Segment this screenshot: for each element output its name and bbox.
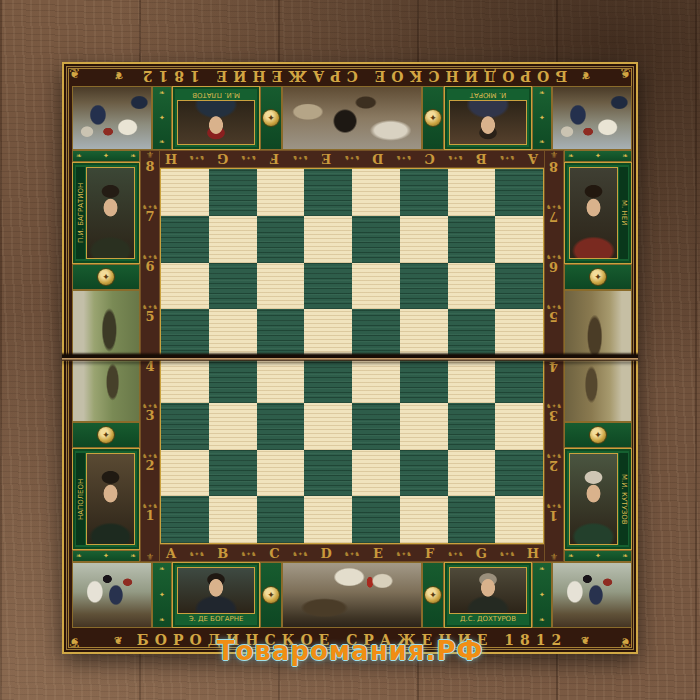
square-g6 (448, 263, 496, 310)
square-h6 (495, 263, 543, 310)
square-f6 (400, 263, 448, 310)
square-g8 (448, 169, 496, 216)
file-glyph: D (372, 152, 383, 167)
file-label-b: B (463, 153, 499, 166)
strip-corner-ornament-icon: ⚜ (548, 552, 561, 562)
portrait-painting (86, 167, 135, 259)
square-g2 (448, 450, 496, 497)
medal-icon: ✦ (590, 269, 606, 285)
rank-label-6: 6 (544, 260, 564, 303)
square-f8 (400, 169, 448, 216)
portrait-label: Э. ДЕ БОГАРНЕ (177, 615, 255, 624)
file-label-b: B (205, 547, 241, 560)
rank-glyph: 8 (145, 159, 154, 174)
portrait-label: НАПОЛЕОН (76, 453, 85, 545)
rank-label-8: 8 (140, 160, 160, 203)
rank-label-1: 1 (140, 509, 160, 552)
flourish-icon: ❦ (581, 635, 589, 646)
rank-label-3: 3 (544, 409, 564, 452)
square-d5 (304, 309, 352, 356)
square-c3 (257, 403, 305, 450)
strip-corner-ornament-icon: ⚜ (144, 552, 157, 562)
square-d7 (304, 216, 352, 263)
square-e6 (352, 263, 400, 310)
square-a8 (161, 169, 209, 216)
square-b5 (209, 309, 257, 356)
square-d2 (304, 450, 352, 497)
decorative-band-top: ❧✦❧ М.И. ПЛАТОВ ✦ ✦ И. МЮРАТ ❧✦❧ (72, 86, 632, 150)
square-f1 (400, 496, 448, 543)
coordinate-separator-ornament-icon: ♞✦♞ (344, 550, 360, 557)
file-glyph: B (476, 152, 487, 167)
square-e4 (352, 356, 400, 403)
file-label-g: G (205, 153, 241, 166)
watermark-text: Товаромания.РФ (217, 636, 483, 666)
file-label-g: G (463, 547, 499, 560)
portrait-bagration: П.И. БАГРАТИОН (72, 162, 140, 264)
coordinate-separator-ornament-icon: ♞✦♞ (241, 550, 257, 557)
ornament-panel-icon: ❧✦❧ (72, 550, 140, 562)
medal-panel: ✦ (260, 562, 282, 628)
rank-glyph: 7 (549, 210, 558, 223)
rank-glyph: 2 (145, 458, 154, 473)
rank-glyph: 1 (549, 509, 558, 522)
rank-label-5: 5 (544, 310, 564, 353)
square-h8 (495, 169, 543, 216)
rank-glyph: 1 (145, 508, 154, 523)
file-glyph: F (270, 152, 279, 167)
file-glyph: H (165, 152, 177, 167)
battle-scene-corner-top-right (552, 86, 632, 150)
portrait-kutuzov: М.И. КУТУЗОВ (564, 448, 632, 550)
portrait-ney: М. НЕЙ (564, 162, 632, 264)
portrait-painting (177, 567, 255, 614)
file-glyph: C (424, 152, 434, 167)
square-a6 (161, 263, 209, 310)
portrait-painting (569, 453, 618, 545)
square-e3 (352, 403, 400, 450)
portrait-painting (86, 453, 135, 545)
square-b7 (209, 216, 257, 263)
medal-panel: ✦ (260, 86, 282, 150)
medal-icon: ✦ (98, 427, 114, 443)
ornament-panel-icon: ❧✦❧ (72, 150, 140, 162)
portrait-painting (449, 100, 527, 145)
square-h2 (495, 450, 543, 497)
ornament-panel-icon: ❧✦❧ (564, 150, 632, 162)
medal-panel: ✦ (72, 422, 140, 448)
portrait-label: Д.С. ДОХТУРОВ (449, 615, 527, 624)
ornament-panel-icon: ❧✦❧ (152, 86, 172, 150)
medal-icon: ✦ (98, 269, 114, 285)
rank-glyph: 5 (145, 309, 154, 324)
rank-label-6: 6 (140, 260, 160, 303)
medal-panel: ✦ (564, 422, 632, 448)
coordinate-separator-ornament-icon: ♞✦♞ (499, 156, 515, 163)
square-h7 (495, 216, 543, 263)
file-glyph: C (269, 546, 279, 561)
coordinate-separator-ornament-icon: ♞✦♞ (241, 156, 257, 163)
square-b4 (209, 356, 257, 403)
battle-scene-corner-bottom-left (72, 562, 152, 628)
square-a4 (161, 356, 209, 403)
medal-panel: ✦ (422, 562, 444, 628)
square-g7 (448, 216, 496, 263)
square-a5 (161, 309, 209, 356)
coordinate-separator-ornament-icon: ♞✦♞ (448, 156, 464, 163)
rank-label-4: 4 (140, 360, 160, 403)
square-b1 (209, 496, 257, 543)
rank-label-4: 4 (544, 360, 564, 403)
file-label-c: C (412, 153, 448, 166)
square-f7 (400, 216, 448, 263)
coordinate-separator-ornament-icon: ♞✦♞ (499, 550, 515, 557)
rank-label-7: 7 (140, 210, 160, 253)
medal-icon: ✦ (263, 587, 279, 603)
battle-scene-top-center (282, 86, 422, 150)
flourish-icon: ❦ (114, 635, 122, 646)
file-labels-bottom: ⚜A♞✦♞B♞✦♞C♞✦♞D♞✦♞E♞✦♞F♞✦♞G♞✦♞H⚜ (140, 544, 564, 562)
portrait-label: М.И. КУТУЗОВ (619, 453, 628, 545)
file-label-e: E (360, 547, 396, 560)
coordinate-separator-ornament-icon: ♞✦♞ (292, 156, 308, 163)
file-glyph: F (425, 546, 434, 561)
rank-glyph: 7 (145, 209, 154, 224)
file-label-d: D (308, 547, 344, 560)
chess-board: ❦ ❦ ❦ ❦ ❦ БОРОДИНСКОЕ СРАЖЕНИЕ 1812 ❦ ❦ … (62, 62, 638, 654)
battle-scene-bottom-center (282, 562, 422, 628)
square-e8 (352, 169, 400, 216)
square-c8 (257, 169, 305, 216)
square-a1 (161, 496, 209, 543)
portrait-painting (177, 100, 255, 145)
square-c4 (257, 356, 305, 403)
square-d6 (304, 263, 352, 310)
battle-scene-corner-top-left (72, 86, 152, 150)
square-d8 (304, 169, 352, 216)
coordinate-separator-ornament-icon: ♞✦♞ (344, 156, 360, 163)
square-g1 (448, 496, 496, 543)
medal-panel: ✦ (72, 264, 140, 290)
rank-label-5: 5 (140, 310, 160, 353)
square-f5 (400, 309, 448, 356)
portrait-label: П.И. БАГРАТИОН (76, 167, 85, 259)
square-d3 (304, 403, 352, 450)
square-d4 (304, 356, 352, 403)
square-b8 (209, 169, 257, 216)
coordinate-separator-ornament-icon: ♞✦♞ (396, 156, 412, 163)
flourish-icon: ❦ (581, 71, 589, 82)
medal-icon: ✦ (425, 110, 441, 126)
square-g5 (448, 309, 496, 356)
file-glyph: E (321, 152, 331, 167)
portrait-napoleon: НАПОЛЕОН (72, 448, 140, 550)
square-a2 (161, 450, 209, 497)
flourish-icon: ❦ (114, 71, 122, 82)
decorative-band-bottom: ❧✦❧ Э. ДЕ БОГАРНЕ ✦ ✦ Д.С. ДОХТУРОВ ❧✦❧ (72, 562, 632, 628)
medal-panel: ✦ (422, 86, 444, 150)
rank-glyph: 6 (549, 260, 558, 273)
file-label-f: F (412, 547, 448, 560)
portrait-dokhturov: Д.С. ДОХТУРОВ (444, 562, 532, 628)
square-c1 (257, 496, 305, 543)
board-title-top: ❦ БОРОДИНСКОЕ СРАЖЕНИЕ 1812 ❦ (72, 66, 632, 86)
square-a7 (161, 216, 209, 263)
rank-glyph: 2 (549, 459, 558, 472)
medal-icon: ✦ (425, 587, 441, 603)
ornament-panel-icon: ❧✦❧ (532, 86, 552, 150)
medal-panel: ✦ (564, 264, 632, 290)
coordinate-separator-ornament-icon: ♞✦♞ (189, 550, 205, 557)
coordinate-separator-ornament-icon: ♞✦♞ (292, 550, 308, 557)
portrait-label: М.И. ПЛАТОВ (177, 90, 255, 99)
square-h5 (495, 309, 543, 356)
square-g3 (448, 403, 496, 450)
coordinate-separator-ornament-icon: ♞✦♞ (396, 550, 412, 557)
square-c2 (257, 450, 305, 497)
ornament-panel-icon: ❧✦❧ (532, 562, 552, 628)
file-glyph: A (166, 546, 176, 561)
square-e2 (352, 450, 400, 497)
rank-glyph: 3 (549, 409, 558, 422)
wooden-table-background: ❦ ❦ ❦ ❦ ❦ БОРОДИНСКОЕ СРАЖЕНИЕ 1812 ❦ ❦ … (0, 0, 700, 700)
square-h1 (495, 496, 543, 543)
square-h3 (495, 403, 543, 450)
file-glyph: G (476, 546, 487, 561)
portrait-painting (449, 567, 527, 614)
board-fold-seam (62, 352, 638, 362)
file-glyph: E (373, 546, 383, 561)
file-glyph: D (320, 546, 331, 561)
file-label-f: F (256, 153, 292, 166)
board-title-top-text: БОРОДИНСКОЕ СРАЖЕНИЕ 1812 (137, 68, 567, 84)
rank-glyph: 8 (549, 160, 558, 173)
portrait-label: М. НЕЙ (619, 167, 628, 259)
portrait-label: И. МЮРАТ (449, 90, 527, 99)
square-f4 (400, 356, 448, 403)
rank-label-1: 1 (544, 509, 564, 552)
file-label-e: E (308, 153, 344, 166)
square-f3 (400, 403, 448, 450)
portrait-murat: И. МЮРАТ (444, 86, 532, 150)
square-b6 (209, 263, 257, 310)
rank-glyph: 6 (145, 259, 154, 274)
square-e7 (352, 216, 400, 263)
file-labels-top: ⚜A♞✦♞B♞✦♞C♞✦♞D♞✦♞E♞✦♞F♞✦♞G♞✦♞H⚜ (140, 150, 564, 168)
file-glyph: G (217, 152, 228, 167)
square-c7 (257, 216, 305, 263)
ornament-panel-icon: ❧✦❧ (152, 562, 172, 628)
square-b3 (209, 403, 257, 450)
medal-icon: ✦ (263, 110, 279, 126)
square-c5 (257, 309, 305, 356)
square-e1 (352, 496, 400, 543)
coordinate-separator-ornament-icon: ♞✦♞ (189, 156, 205, 163)
square-b2 (209, 450, 257, 497)
medal-icon: ✦ (590, 427, 606, 443)
square-c6 (257, 263, 305, 310)
portrait-beauharnais: Э. ДЕ БОГАРНЕ (172, 562, 260, 628)
portrait-painting (569, 167, 618, 259)
coordinate-separator-ornament-icon: ♞✦♞ (448, 550, 464, 557)
file-glyph: B (217, 546, 228, 561)
square-g4 (448, 356, 496, 403)
file-glyph: A (528, 152, 538, 167)
square-a3 (161, 403, 209, 450)
battle-scene-corner-bottom-right (552, 562, 632, 628)
rank-label-3: 3 (140, 409, 160, 452)
portrait-platov: М.И. ПЛАТОВ (172, 86, 260, 150)
rank-glyph: 3 (145, 408, 154, 423)
file-glyph: H (527, 546, 539, 561)
rank-label-2: 2 (140, 459, 160, 502)
file-label-d: D (360, 153, 396, 166)
square-h4 (495, 356, 543, 403)
rank-label-8: 8 (544, 160, 564, 203)
ornament-panel-icon: ❧✦❧ (564, 550, 632, 562)
square-f2 (400, 450, 448, 497)
square-e5 (352, 309, 400, 356)
rank-label-2: 2 (544, 459, 564, 502)
square-d1 (304, 496, 352, 543)
rank-label-7: 7 (544, 210, 564, 253)
file-label-c: C (256, 547, 292, 560)
rank-glyph: 5 (549, 310, 558, 323)
